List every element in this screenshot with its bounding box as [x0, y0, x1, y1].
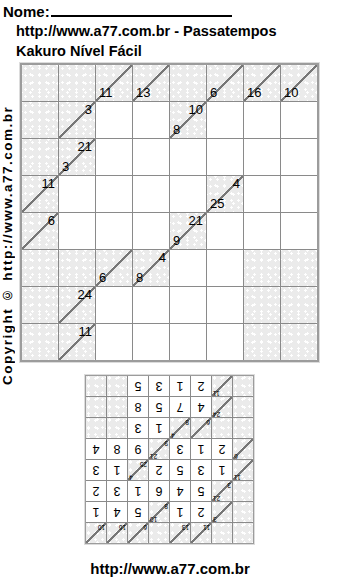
- cell-r2c2: 3: [212, 502, 232, 522]
- cell-r5c8: 4: [86, 439, 106, 459]
- cell-r2c4: 1: [170, 502, 190, 522]
- cell-r7c7: [244, 287, 280, 323]
- cell-r2c6: 5: [128, 502, 148, 522]
- clue-down-label: 11: [203, 523, 210, 530]
- cell-r5c2[interactable]: [59, 213, 95, 249]
- cell-r1c8: 10: [281, 65, 317, 101]
- clue-down-label: 9: [173, 234, 180, 248]
- cell-r8c4[interactable]: [133, 324, 169, 360]
- cell-r1c7: 16: [107, 523, 127, 543]
- cell-r7c2: 24: [59, 287, 95, 323]
- cell-r1c8: 10: [86, 523, 106, 543]
- cell-r3c1: [233, 481, 253, 501]
- clue-down-label: 8: [185, 418, 189, 425]
- cell-r6c2: [59, 250, 95, 286]
- cell-r7c1: [233, 397, 253, 417]
- cell-r4c2: 1: [212, 460, 232, 480]
- cell-r4c7[interactable]: [244, 176, 280, 212]
- cell-r2c4[interactable]: [133, 102, 169, 138]
- clue-down-label: 3: [227, 481, 231, 488]
- cell-r8c7: [107, 376, 127, 396]
- cell-r3c7[interactable]: [244, 139, 280, 175]
- clue-across-label: 10: [189, 103, 203, 117]
- kakuro-solution-board-rotated: 1113616103211085412135461321113524251362…: [85, 375, 254, 544]
- cell-r4c8[interactable]: [281, 176, 317, 212]
- clue-down-label: 6: [210, 86, 217, 100]
- cell-r6c1: [233, 418, 253, 438]
- cell-r5c2: 2: [212, 439, 232, 459]
- cell-r8c5: 3: [149, 376, 169, 396]
- cell-r5c8[interactable]: [281, 213, 317, 249]
- name-row: Nome:: [3, 2, 232, 20]
- footer-url: http://www.a77.com.br: [0, 560, 340, 577]
- clue-down-label: 11: [99, 86, 113, 100]
- cell-r2c8[interactable]: [281, 102, 317, 138]
- cell-r5c3[interactable]: [96, 213, 132, 249]
- cell-r7c5[interactable]: [170, 287, 206, 323]
- cell-r8c3[interactable]: [96, 324, 132, 360]
- clue-down-label: 3: [62, 160, 69, 174]
- clue-across-label: 6: [48, 214, 55, 228]
- clue-down-label: 8: [173, 123, 180, 137]
- clue-across-label: 21: [150, 452, 157, 459]
- clue-down-label: 16: [119, 523, 126, 530]
- cell-r2c6[interactable]: [207, 102, 243, 138]
- cell-r8c3: 2: [191, 376, 211, 396]
- cell-r1c3: 11: [96, 65, 132, 101]
- clue-across-label: 21: [213, 494, 220, 501]
- cell-r1c3: 11: [191, 523, 211, 543]
- cell-r3c2: 213: [212, 481, 232, 501]
- cell-r5c4: 3: [170, 439, 190, 459]
- cell-r1c4: 13: [170, 523, 190, 543]
- cell-r3c1: [22, 139, 58, 175]
- cell-r5c7[interactable]: [244, 213, 280, 249]
- cell-r1c2: [212, 523, 232, 543]
- cell-r8c5[interactable]: [170, 324, 206, 360]
- cell-r2c2: 3: [59, 102, 95, 138]
- cell-r5c7: 8: [107, 439, 127, 459]
- cell-r6c5[interactable]: [170, 250, 206, 286]
- cell-r2c7: 4: [107, 502, 127, 522]
- cell-r4c5[interactable]: [170, 176, 206, 212]
- cell-r1c1: [22, 65, 58, 101]
- cell-r4c4: 5: [170, 460, 190, 480]
- cell-r4c5: 2: [149, 460, 169, 480]
- cell-r3c6[interactable]: [207, 139, 243, 175]
- clue-across-label: 21: [189, 214, 203, 228]
- clue-across-label: 24: [213, 410, 220, 417]
- clue-down-label: 13: [182, 523, 189, 530]
- cell-r7c1: [22, 287, 58, 323]
- clue-down-label: 9: [164, 439, 168, 446]
- clue-down-label: 16: [247, 86, 261, 100]
- clue-across-label: 4: [129, 473, 133, 480]
- cell-r6c8: [86, 418, 106, 438]
- clue-down-label: 6: [206, 418, 210, 425]
- clue-across-label: 11: [213, 389, 220, 396]
- cell-r2c8: 1: [86, 502, 106, 522]
- cell-r4c1: 11: [22, 176, 58, 212]
- cell-r5c6: 9: [128, 439, 148, 459]
- cell-r8c8: [86, 376, 106, 396]
- cell-r6c2: [212, 418, 232, 438]
- cell-r4c1: 11: [233, 460, 253, 480]
- cell-r2c5: 108: [170, 102, 206, 138]
- cell-r3c8: 2: [86, 481, 106, 501]
- cell-r7c3[interactable]: [96, 287, 132, 323]
- cell-r2c5: 108: [149, 502, 169, 522]
- clue-across-label: 4: [171, 431, 175, 438]
- cell-r6c8: [281, 250, 317, 286]
- cell-r5c3: 1: [191, 439, 211, 459]
- clue-down-label: 6: [99, 271, 106, 285]
- clue-down-label: 6: [143, 523, 147, 530]
- cell-r4c7: 1: [107, 460, 127, 480]
- cell-r4c3: 3: [191, 460, 211, 480]
- clue-across-label: 6: [234, 452, 238, 459]
- clue-down-label: 25: [210, 197, 224, 211]
- cell-r7c5: 5: [149, 397, 169, 417]
- cell-r7c6[interactable]: [207, 287, 243, 323]
- kakuro-puzzle-board: 11136161031082131142562196482411: [20, 63, 319, 362]
- cell-r8c4: 1: [170, 376, 190, 396]
- cell-r3c5: 6: [149, 481, 169, 501]
- copyright-vertical-text: Copyright © http://www.a77.com.br: [0, 55, 17, 435]
- cell-r1c5: [170, 65, 206, 101]
- cell-r7c8: [86, 397, 106, 417]
- clue-across-label: 11: [42, 177, 56, 191]
- cell-r8c1: [233, 376, 253, 396]
- cell-r5c6[interactable]: [207, 213, 243, 249]
- cell-r6c4: 48: [133, 250, 169, 286]
- cell-r5c1: 6: [233, 439, 253, 459]
- clue-across-label: 4: [233, 177, 240, 191]
- cell-r6c4: 48: [170, 418, 190, 438]
- cell-r3c8[interactable]: [281, 139, 317, 175]
- clue-down-label: 13: [136, 86, 150, 100]
- cell-r4c3[interactable]: [96, 176, 132, 212]
- cell-r5c1: 6: [22, 213, 58, 249]
- cell-r5c5: 219: [149, 439, 169, 459]
- clue-down-label: 8: [164, 502, 168, 509]
- cell-r6c6[interactable]: [207, 250, 243, 286]
- cell-r8c6[interactable]: [207, 324, 243, 360]
- cell-r7c8: [281, 287, 317, 323]
- clue-across-label: 10: [150, 515, 157, 522]
- cell-r8c2: 11: [212, 376, 232, 396]
- cell-r8c7: [244, 324, 280, 360]
- cell-r3c4[interactable]: [133, 139, 169, 175]
- cell-r6c3: 6: [191, 418, 211, 438]
- cell-r8c1: [22, 324, 58, 360]
- cell-r5c5: 219: [170, 213, 206, 249]
- cell-r1c4: 13: [133, 65, 169, 101]
- clue-across-label: 21: [78, 140, 92, 154]
- cell-r2c7[interactable]: [244, 102, 280, 138]
- clue-down-label: 10: [284, 86, 298, 100]
- cell-r3c3: 5: [191, 481, 211, 501]
- cell-r1c5: [149, 523, 169, 543]
- cell-r2c3[interactable]: [96, 102, 132, 138]
- cell-r1c1: [233, 523, 253, 543]
- cell-r7c7: [107, 397, 127, 417]
- clue-across-label: 4: [159, 251, 166, 265]
- clue-across-label: 3: [213, 515, 217, 522]
- cell-r6c7: [107, 418, 127, 438]
- cell-r6c3: 6: [96, 250, 132, 286]
- clue-down-label: 8: [136, 271, 143, 285]
- cell-r8c6: 5: [128, 376, 148, 396]
- site-title: http://www.a77.com.br - Passatempos: [16, 23, 277, 39]
- cell-r4c4[interactable]: [133, 176, 169, 212]
- cell-r3c6: 1: [128, 481, 148, 501]
- name-underline-field[interactable]: [51, 2, 232, 17]
- clue-across-label: 3: [85, 103, 92, 117]
- clue-across-label: 24: [78, 288, 92, 302]
- cell-r7c4[interactable]: [133, 287, 169, 323]
- cell-r4c8: 3: [86, 460, 106, 480]
- clue-across-label: 11: [79, 325, 93, 339]
- cell-r3c7: 3: [107, 481, 127, 501]
- cell-r4c6: 425: [207, 176, 243, 212]
- cell-r6c1: [22, 250, 58, 286]
- clue-down-label: 25: [140, 460, 147, 467]
- cell-r7c6: 8: [128, 397, 148, 417]
- cell-r6c5: 1: [149, 418, 169, 438]
- name-label: Nome:: [3, 3, 50, 20]
- cell-r7c2: 24: [212, 397, 232, 417]
- puzzle-title: Kakuro Nível Fácil: [16, 43, 142, 59]
- cell-r5c4[interactable]: [133, 213, 169, 249]
- cell-r8c8: [281, 324, 317, 360]
- clue-across-label: 11: [234, 473, 241, 480]
- cell-r3c5[interactable]: [170, 139, 206, 175]
- cell-r2c1: [22, 102, 58, 138]
- cell-r2c1: [233, 502, 253, 522]
- cell-r8c2: 11: [59, 324, 95, 360]
- cell-r3c3[interactable]: [96, 139, 132, 175]
- cell-r6c6: 3: [128, 418, 148, 438]
- cell-r1c7: 16: [244, 65, 280, 101]
- cell-r7c4: 7: [170, 397, 190, 417]
- cell-r1c6: 6: [128, 523, 148, 543]
- cell-r2c3: 2: [191, 502, 211, 522]
- cell-r1c6: 6: [207, 65, 243, 101]
- cell-r6c7: [244, 250, 280, 286]
- clue-down-label: 10: [98, 523, 105, 530]
- cell-r4c2[interactable]: [59, 176, 95, 212]
- cell-r7c3: 4: [191, 397, 211, 417]
- page: Nome: http://www.a77.com.br - Passatempo…: [0, 0, 340, 584]
- cell-r1c2: [59, 65, 95, 101]
- cell-r4c6: 425: [128, 460, 148, 480]
- cell-r3c4: 4: [170, 481, 190, 501]
- cell-r3c2: 213: [59, 139, 95, 175]
